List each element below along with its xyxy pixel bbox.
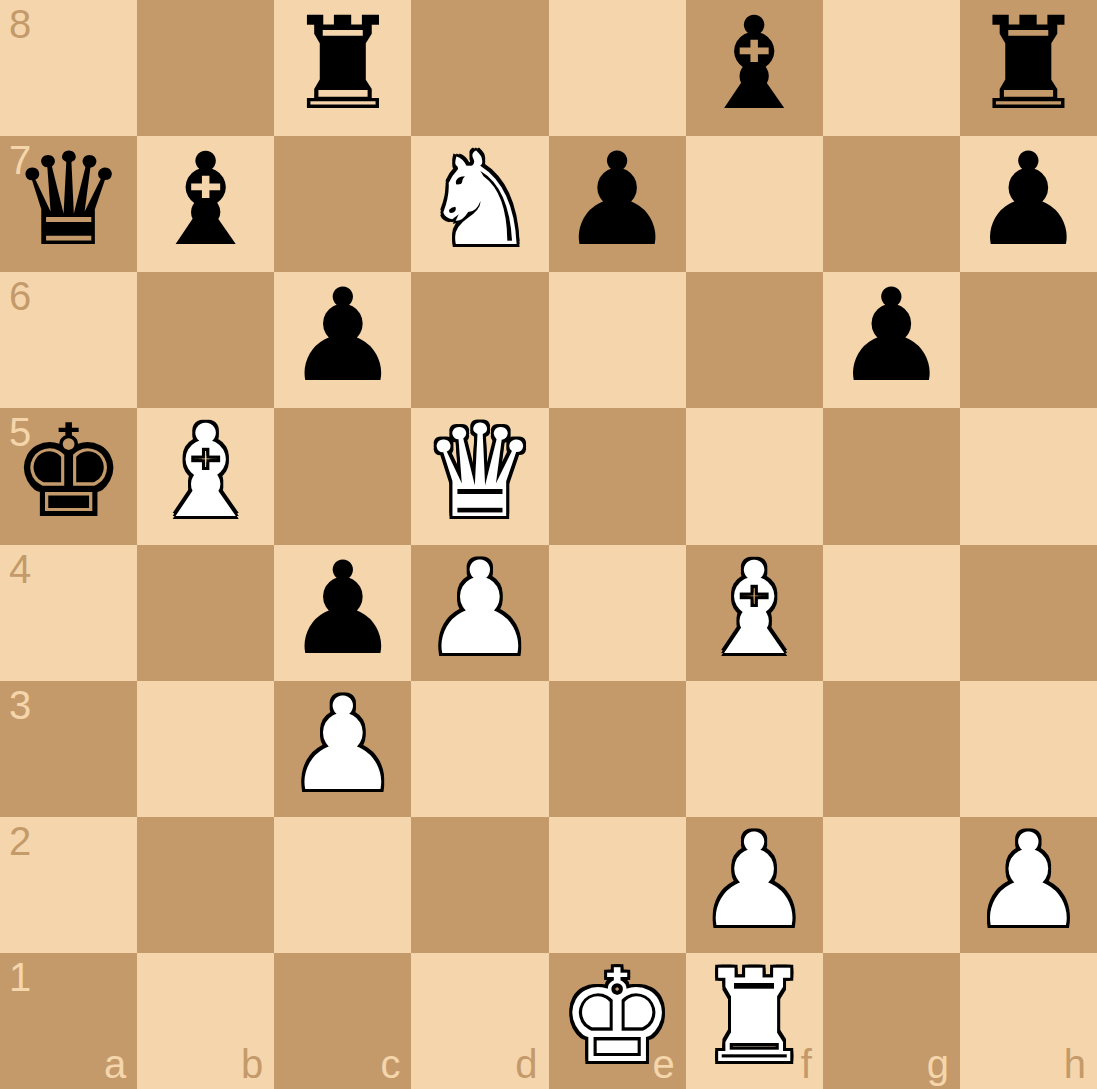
square-c8[interactable]: ♜ <box>274 0 411 136</box>
square-h2[interactable]: ♟ <box>960 817 1097 953</box>
piece-black-pawn[interactable]: ♟ <box>834 272 949 400</box>
square-c2[interactable] <box>274 817 411 953</box>
piece-black-queen[interactable]: ♛ <box>11 136 126 264</box>
piece-white-rook[interactable]: ♜ <box>697 953 812 1081</box>
piece-white-queen[interactable]: ♛ <box>423 408 538 536</box>
square-h7[interactable]: ♟ <box>960 136 1097 272</box>
square-e5[interactable] <box>549 408 686 544</box>
piece-black-pawn[interactable]: ♟ <box>285 272 400 400</box>
piece-white-pawn[interactable]: ♟ <box>971 817 1086 945</box>
square-g5[interactable] <box>823 408 960 544</box>
square-a5[interactable]: 5♚ <box>0 408 137 544</box>
square-d7[interactable]: ♞ <box>411 136 548 272</box>
square-g6[interactable]: ♟ <box>823 272 960 408</box>
square-c1[interactable]: c <box>274 953 411 1089</box>
rank-label-1: 1 <box>9 957 31 997</box>
square-a6[interactable]: 6 <box>0 272 137 408</box>
square-e4[interactable] <box>549 545 686 681</box>
piece-black-bishop[interactable]: ♝ <box>148 136 263 264</box>
square-f1[interactable]: f♜ <box>686 953 823 1089</box>
square-d8[interactable] <box>411 0 548 136</box>
square-b6[interactable] <box>137 272 274 408</box>
square-e8[interactable] <box>549 0 686 136</box>
square-f2[interactable]: ♟ <box>686 817 823 953</box>
piece-black-pawn[interactable]: ♟ <box>285 545 400 673</box>
file-label-d: d <box>515 1044 537 1084</box>
square-a1[interactable]: 1a <box>0 953 137 1089</box>
square-d5[interactable]: ♛ <box>411 408 548 544</box>
square-d6[interactable] <box>411 272 548 408</box>
square-b2[interactable] <box>137 817 274 953</box>
square-c3[interactable]: ♟ <box>274 681 411 817</box>
square-c6[interactable]: ♟ <box>274 272 411 408</box>
piece-white-pawn[interactable]: ♟ <box>423 545 538 673</box>
square-b4[interactable] <box>137 545 274 681</box>
file-label-g: g <box>927 1044 949 1084</box>
square-h4[interactable] <box>960 545 1097 681</box>
square-b8[interactable] <box>137 0 274 136</box>
piece-black-bishop[interactable]: ♝ <box>697 0 812 128</box>
square-b7[interactable]: ♝ <box>137 136 274 272</box>
square-f4[interactable]: ♝ <box>686 545 823 681</box>
file-label-h: h <box>1064 1044 1086 1084</box>
square-h6[interactable] <box>960 272 1097 408</box>
square-d4[interactable]: ♟ <box>411 545 548 681</box>
square-e7[interactable]: ♟ <box>549 136 686 272</box>
square-c5[interactable] <box>274 408 411 544</box>
square-h3[interactable] <box>960 681 1097 817</box>
piece-white-pawn[interactable]: ♟ <box>285 681 400 809</box>
square-b5[interactable]: ♝ <box>137 408 274 544</box>
square-e6[interactable] <box>549 272 686 408</box>
square-f8[interactable]: ♝ <box>686 0 823 136</box>
square-a2[interactable]: 2 <box>0 817 137 953</box>
square-g2[interactable] <box>823 817 960 953</box>
file-label-b: b <box>241 1044 263 1084</box>
square-c7[interactable] <box>274 136 411 272</box>
square-b3[interactable] <box>137 681 274 817</box>
rank-label-2: 2 <box>9 821 31 861</box>
piece-black-king[interactable]: ♚ <box>11 408 126 536</box>
square-d2[interactable] <box>411 817 548 953</box>
square-h1[interactable]: h <box>960 953 1097 1089</box>
file-label-c: c <box>380 1044 400 1084</box>
square-a7[interactable]: 7♛ <box>0 136 137 272</box>
square-g7[interactable] <box>823 136 960 272</box>
square-g4[interactable] <box>823 545 960 681</box>
square-b1[interactable]: b <box>137 953 274 1089</box>
piece-white-king[interactable]: ♚ <box>560 953 675 1081</box>
rank-label-6: 6 <box>9 276 31 316</box>
square-a8[interactable]: 8 <box>0 0 137 136</box>
piece-white-pawn[interactable]: ♟ <box>697 817 812 945</box>
piece-black-rook[interactable]: ♜ <box>285 0 400 128</box>
square-h8[interactable]: ♜ <box>960 0 1097 136</box>
square-a4[interactable]: 4 <box>0 545 137 681</box>
square-f3[interactable] <box>686 681 823 817</box>
piece-black-pawn[interactable]: ♟ <box>971 136 1086 264</box>
chess-board: 8♜♝♜7♛♝♞♟♟6♟♟5♚♝♛4♟♟♝3♟2♟♟1abcde♚f♜gh <box>0 0 1097 1089</box>
file-label-a: a <box>104 1044 126 1084</box>
rank-label-4: 4 <box>9 549 31 589</box>
square-e3[interactable] <box>549 681 686 817</box>
square-e2[interactable] <box>549 817 686 953</box>
square-f6[interactable] <box>686 272 823 408</box>
square-f7[interactable] <box>686 136 823 272</box>
square-g8[interactable] <box>823 0 960 136</box>
square-d1[interactable]: d <box>411 953 548 1089</box>
rank-label-8: 8 <box>9 4 31 44</box>
piece-white-bishop[interactable]: ♝ <box>148 408 263 536</box>
piece-black-pawn[interactable]: ♟ <box>560 136 675 264</box>
piece-white-knight[interactable]: ♞ <box>423 136 538 264</box>
square-e1[interactable]: e♚ <box>549 953 686 1089</box>
square-h5[interactable] <box>960 408 1097 544</box>
square-g3[interactable] <box>823 681 960 817</box>
square-f5[interactable] <box>686 408 823 544</box>
square-d3[interactable] <box>411 681 548 817</box>
square-c4[interactable]: ♟ <box>274 545 411 681</box>
square-g1[interactable]: g <box>823 953 960 1089</box>
piece-white-bishop[interactable]: ♝ <box>697 545 812 673</box>
rank-label-3: 3 <box>9 685 31 725</box>
square-a3[interactable]: 3 <box>0 681 137 817</box>
piece-black-rook[interactable]: ♜ <box>971 0 1086 128</box>
